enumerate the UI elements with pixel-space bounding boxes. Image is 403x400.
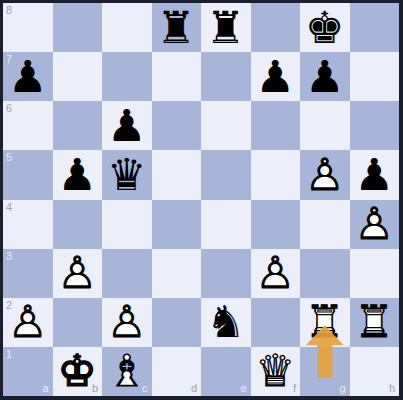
square-a6[interactable]: 6 xyxy=(3,101,53,150)
square-c4[interactable] xyxy=(102,200,152,249)
rank-label-5: 5 xyxy=(6,152,12,163)
square-a4[interactable]: 4 xyxy=(3,200,53,249)
square-g4[interactable] xyxy=(300,200,350,249)
square-f2[interactable] xyxy=(251,298,301,347)
black-pawn[interactable]: ♟ xyxy=(53,150,103,199)
square-a7[interactable]: 7♟ xyxy=(3,52,53,101)
white-rook[interactable]: ♜♖ xyxy=(350,298,400,347)
black-rook[interactable]: ♜ xyxy=(201,3,251,52)
square-b5[interactable]: ♟ xyxy=(53,150,103,199)
square-g6[interactable] xyxy=(300,101,350,150)
square-f8[interactable] xyxy=(251,3,301,52)
square-a8[interactable]: 8 xyxy=(3,3,53,52)
black-pawn[interactable]: ♟ xyxy=(350,150,400,199)
square-b1[interactable]: b♚♔ xyxy=(53,347,103,396)
square-b4[interactable] xyxy=(53,200,103,249)
square-h8[interactable] xyxy=(350,3,400,52)
square-b6[interactable] xyxy=(53,101,103,150)
square-d4[interactable] xyxy=(152,200,202,249)
piece-outline: ♙ xyxy=(3,298,53,347)
square-f1[interactable]: f♛♕ xyxy=(251,347,301,396)
rank-label-6: 6 xyxy=(6,103,12,114)
rank-label-1: 1 xyxy=(6,349,12,360)
square-d7[interactable] xyxy=(152,52,202,101)
square-e4[interactable] xyxy=(201,200,251,249)
square-b8[interactable] xyxy=(53,3,103,52)
black-knight[interactable]: ♞ xyxy=(201,298,251,347)
square-c8[interactable] xyxy=(102,3,152,52)
square-c5[interactable]: ♛ xyxy=(102,150,152,199)
chess-board: 8♜♜♚7♟♟♟6♟5♟♛♟♙♟4♟♙3♟♙♟♙2♟♙♟♙♞♜♖♜♖1ab♚♔c… xyxy=(3,3,399,396)
square-h4[interactable]: ♟♙ xyxy=(350,200,400,249)
square-h2[interactable]: ♜♖ xyxy=(350,298,400,347)
square-c1[interactable]: c♝♗ xyxy=(102,347,152,396)
square-g3[interactable] xyxy=(300,249,350,298)
square-f5[interactable] xyxy=(251,150,301,199)
black-pawn[interactable]: ♟ xyxy=(3,52,53,101)
white-pawn[interactable]: ♟♙ xyxy=(102,298,152,347)
square-h3[interactable] xyxy=(350,249,400,298)
square-h7[interactable] xyxy=(350,52,400,101)
square-g2[interactable]: ♜♖ xyxy=(300,298,350,347)
piece-outline: ♙ xyxy=(102,298,152,347)
square-f6[interactable] xyxy=(251,101,301,150)
square-e5[interactable] xyxy=(201,150,251,199)
white-pawn[interactable]: ♟♙ xyxy=(350,200,400,249)
square-e3[interactable] xyxy=(201,249,251,298)
square-f3[interactable]: ♟♙ xyxy=(251,249,301,298)
black-pawn[interactable]: ♟ xyxy=(102,101,152,150)
piece-outline: ♗ xyxy=(102,347,152,396)
black-king[interactable]: ♚ xyxy=(300,3,350,52)
square-a3[interactable]: 3 xyxy=(3,249,53,298)
square-f4[interactable] xyxy=(251,200,301,249)
piece-outline: ♙ xyxy=(300,150,350,199)
square-e1[interactable]: e xyxy=(201,347,251,396)
chess-board-frame: 8♜♜♚7♟♟♟6♟5♟♛♟♙♟4♟♙3♟♙♟♙2♟♙♟♙♞♜♖♜♖1ab♚♔c… xyxy=(0,0,403,400)
square-b3[interactable]: ♟♙ xyxy=(53,249,103,298)
black-pawn[interactable]: ♟ xyxy=(251,52,301,101)
black-pawn[interactable]: ♟ xyxy=(300,52,350,101)
white-pawn[interactable]: ♟♙ xyxy=(3,298,53,347)
white-queen[interactable]: ♛♕ xyxy=(251,347,301,396)
file-label-a: a xyxy=(42,383,48,394)
black-rook[interactable]: ♜ xyxy=(152,3,202,52)
white-pawn[interactable]: ♟♙ xyxy=(251,249,301,298)
white-bishop[interactable]: ♝♗ xyxy=(102,347,152,396)
rank-label-4: 4 xyxy=(6,202,12,213)
white-king[interactable]: ♚♔ xyxy=(53,347,103,396)
black-queen[interactable]: ♛ xyxy=(102,150,152,199)
square-e8[interactable]: ♜ xyxy=(201,3,251,52)
square-h1[interactable]: h xyxy=(350,347,400,396)
square-e6[interactable] xyxy=(201,101,251,150)
piece-outline: ♖ xyxy=(350,298,400,347)
square-g7[interactable]: ♟ xyxy=(300,52,350,101)
white-pawn[interactable]: ♟♙ xyxy=(300,150,350,199)
rank-label-3: 3 xyxy=(6,251,12,262)
square-a1[interactable]: 1a xyxy=(3,347,53,396)
square-h6[interactable] xyxy=(350,101,400,150)
file-label-d: d xyxy=(191,383,197,394)
piece-outline: ♖ xyxy=(300,298,350,347)
square-c2[interactable]: ♟♙ xyxy=(102,298,152,347)
piece-outline: ♕ xyxy=(251,347,301,396)
square-d6[interactable] xyxy=(152,101,202,150)
square-g1[interactable]: g xyxy=(300,347,350,396)
square-d1[interactable]: d xyxy=(152,347,202,396)
square-g8[interactable]: ♚ xyxy=(300,3,350,52)
square-b7[interactable] xyxy=(53,52,103,101)
square-a5[interactable]: 5 xyxy=(3,150,53,199)
square-c6[interactable]: ♟ xyxy=(102,101,152,150)
file-label-e: e xyxy=(240,383,246,394)
piece-outline: ♙ xyxy=(350,200,400,249)
file-label-g: g xyxy=(339,383,345,394)
square-d5[interactable] xyxy=(152,150,202,199)
file-label-h: h xyxy=(389,383,395,394)
square-e2[interactable]: ♞ xyxy=(201,298,251,347)
square-e7[interactable] xyxy=(201,52,251,101)
piece-outline: ♔ xyxy=(53,347,103,396)
white-pawn[interactable]: ♟♙ xyxy=(53,249,103,298)
square-c3[interactable] xyxy=(102,249,152,298)
white-rook[interactable]: ♜♖ xyxy=(300,298,350,347)
square-d3[interactable] xyxy=(152,249,202,298)
square-h5[interactable]: ♟ xyxy=(350,150,400,199)
piece-outline: ♙ xyxy=(251,249,301,298)
square-f7[interactable]: ♟ xyxy=(251,52,301,101)
square-b2[interactable] xyxy=(53,298,103,347)
piece-outline: ♙ xyxy=(53,249,103,298)
rank-label-8: 8 xyxy=(6,5,12,16)
square-a2[interactable]: 2♟♙ xyxy=(3,298,53,347)
square-c7[interactable] xyxy=(102,52,152,101)
square-d2[interactable] xyxy=(152,298,202,347)
square-g5[interactable]: ♟♙ xyxy=(300,150,350,199)
square-d8[interactable]: ♜ xyxy=(152,3,202,52)
